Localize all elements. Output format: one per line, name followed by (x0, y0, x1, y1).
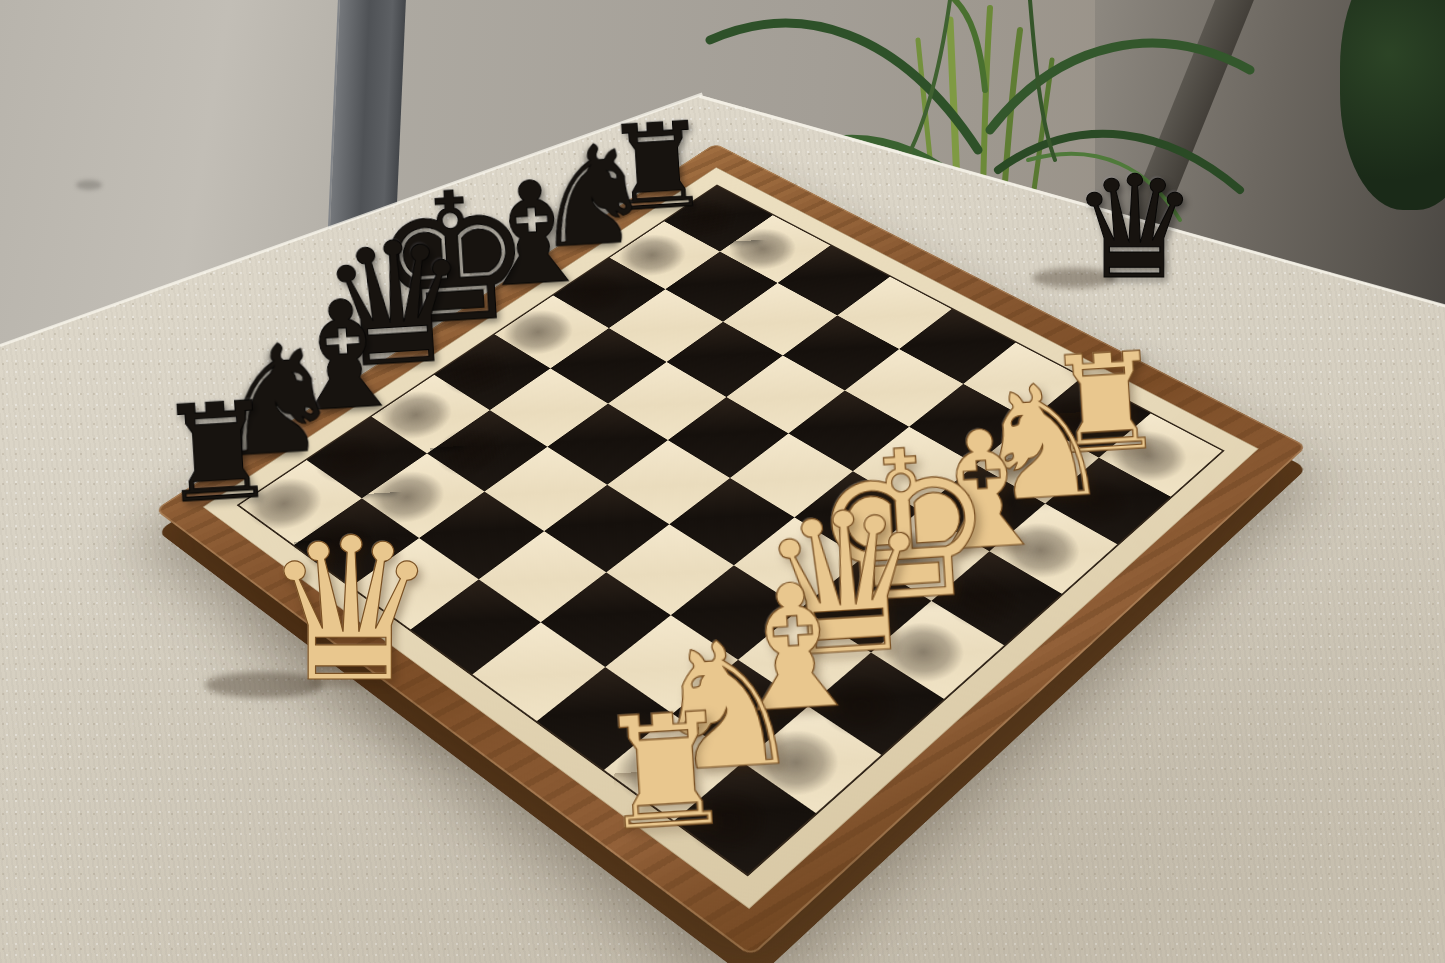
white-rook-glyph: ♜ (592, 691, 740, 854)
board-scene: ♜♞♝♛♚♝♞♜♟♟♟♟♜♞♝♛♚♝♞♜♟♟♟♟♟ (0, 0, 1445, 963)
photo-canvas: ♛ ♜♞♝♛♚♝♞♜♟♟♟♟♜♞♝♛♚♝♞♜♟♟♟♟♟ ♛ (0, 0, 1445, 963)
